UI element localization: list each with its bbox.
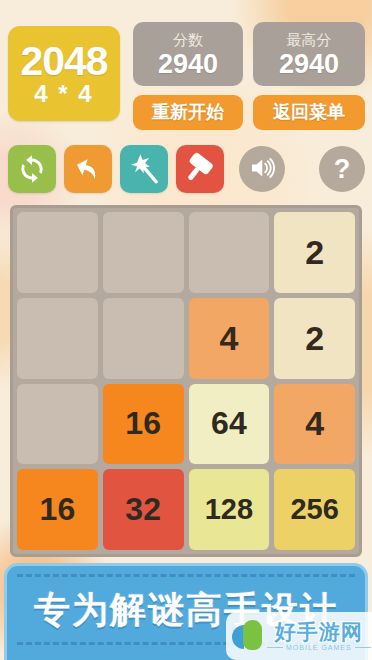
empty-cell — [103, 212, 184, 293]
magic-wand-icon — [127, 152, 161, 186]
logo-2048: 2048 4 * 4 — [8, 26, 120, 121]
question-mark-icon: ? — [334, 154, 351, 185]
game-screen: 2048 4 * 4 分数 2940 最高分 2940 重新开始 返回菜单 — [0, 0, 372, 660]
empty-cell — [17, 212, 98, 293]
tile-128: 128 — [189, 469, 270, 550]
empty-cell — [17, 384, 98, 465]
undo-button[interactable] — [64, 145, 112, 193]
refresh-button[interactable] — [8, 145, 56, 193]
sound-toggle-button[interactable] — [239, 146, 285, 192]
tile-16: 16 — [103, 384, 184, 465]
tile-64: 64 — [189, 384, 270, 465]
tile-2: 2 — [274, 212, 355, 293]
empty-cell — [103, 298, 184, 379]
hammer-button[interactable] — [176, 145, 224, 193]
empty-cell — [17, 298, 98, 379]
site-logo-icon — [232, 619, 264, 653]
back-to-menu-button[interactable]: 返回菜单 — [253, 95, 365, 130]
tile-4: 4 — [274, 384, 355, 465]
hammer-icon — [183, 152, 217, 186]
logo-grid-size: 4 * 4 — [8, 81, 120, 107]
restart-button[interactable]: 重新开始 — [133, 95, 243, 130]
tile-16: 16 — [17, 469, 98, 550]
site-watermark: 好手游网 MOBILE GAMES — [226, 612, 372, 660]
score-value: 2940 — [133, 49, 243, 79]
best-score-label: 最高分 — [253, 30, 365, 49]
refresh-icon — [16, 153, 48, 185]
best-score-value: 2940 — [253, 49, 365, 79]
logo-title: 2048 — [8, 41, 120, 81]
score-label: 分数 — [133, 30, 243, 49]
tile-256: 256 — [274, 469, 355, 550]
undo-icon — [72, 153, 104, 185]
tile-32: 32 — [103, 469, 184, 550]
speaker-icon — [247, 153, 277, 186]
tile-2: 2 — [274, 298, 355, 379]
score-box: 分数 2940 — [133, 22, 243, 86]
site-subtitle: MOBILE GAMES — [286, 644, 352, 651]
tile-4: 4 — [189, 298, 270, 379]
empty-cell — [189, 212, 270, 293]
site-name: 好手游网 — [275, 621, 363, 643]
help-button[interactable]: ? — [319, 146, 365, 192]
board[interactable]: 242166441632128256 — [10, 205, 362, 557]
magic-wand-button[interactable] — [120, 145, 168, 193]
best-score-box: 最高分 2940 — [253, 22, 365, 86]
